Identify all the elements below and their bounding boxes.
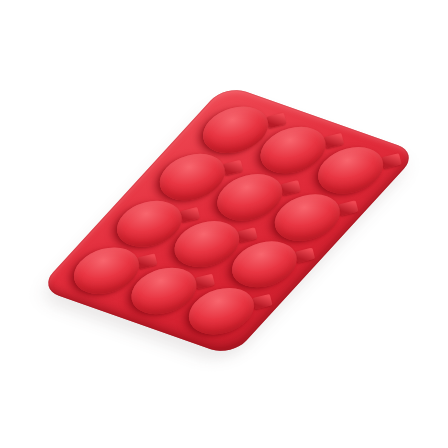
apple-stem-notch xyxy=(252,294,272,310)
apple-stem-notch xyxy=(295,247,315,263)
apple-stem-notch xyxy=(382,153,402,169)
apple-stem-notch xyxy=(339,200,359,216)
product-photo-stage xyxy=(0,0,448,448)
